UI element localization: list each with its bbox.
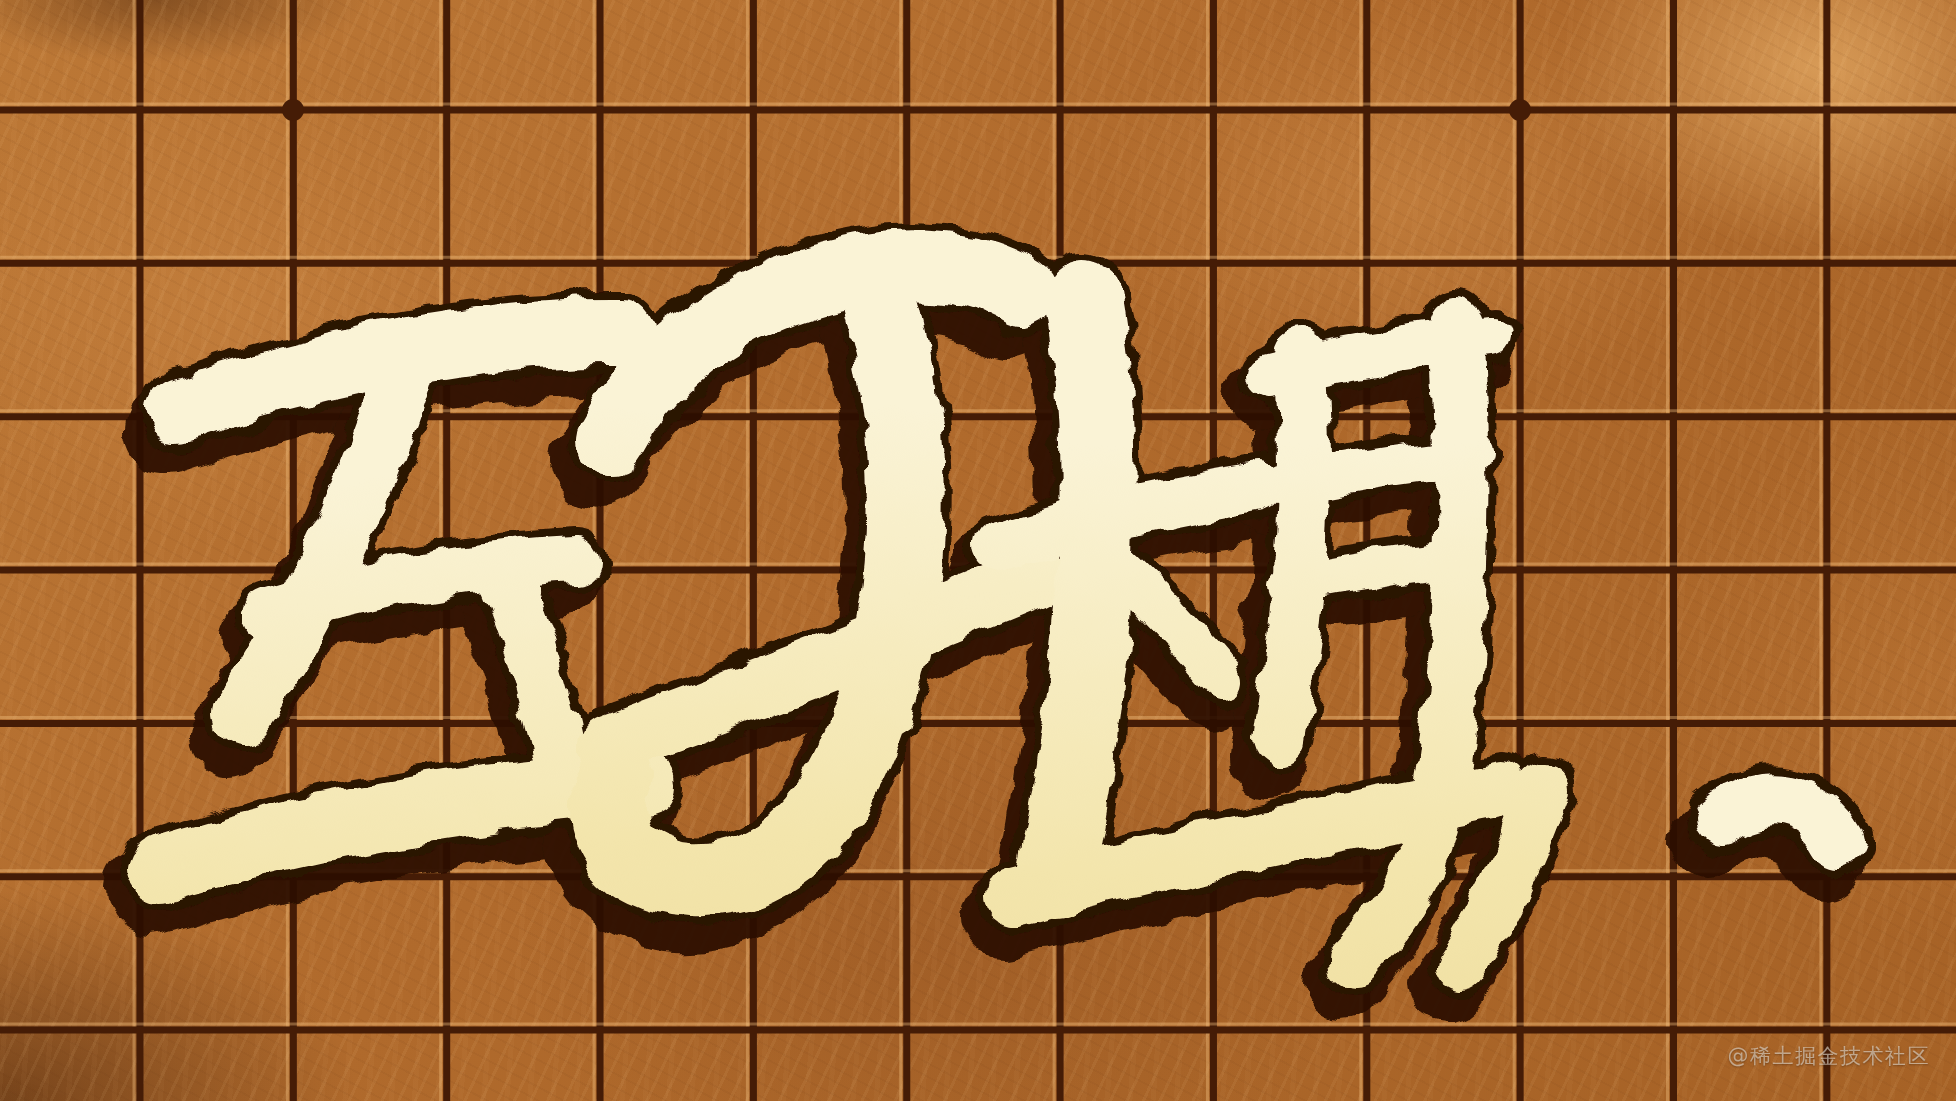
gomoku-title-screen: 五子棋 @稀土掘金技术社区 <box>0 0 1956 1101</box>
title-calligraphy <box>0 0 1956 1101</box>
watermark: @稀土掘金技术社区 <box>1728 1041 1931 1071</box>
